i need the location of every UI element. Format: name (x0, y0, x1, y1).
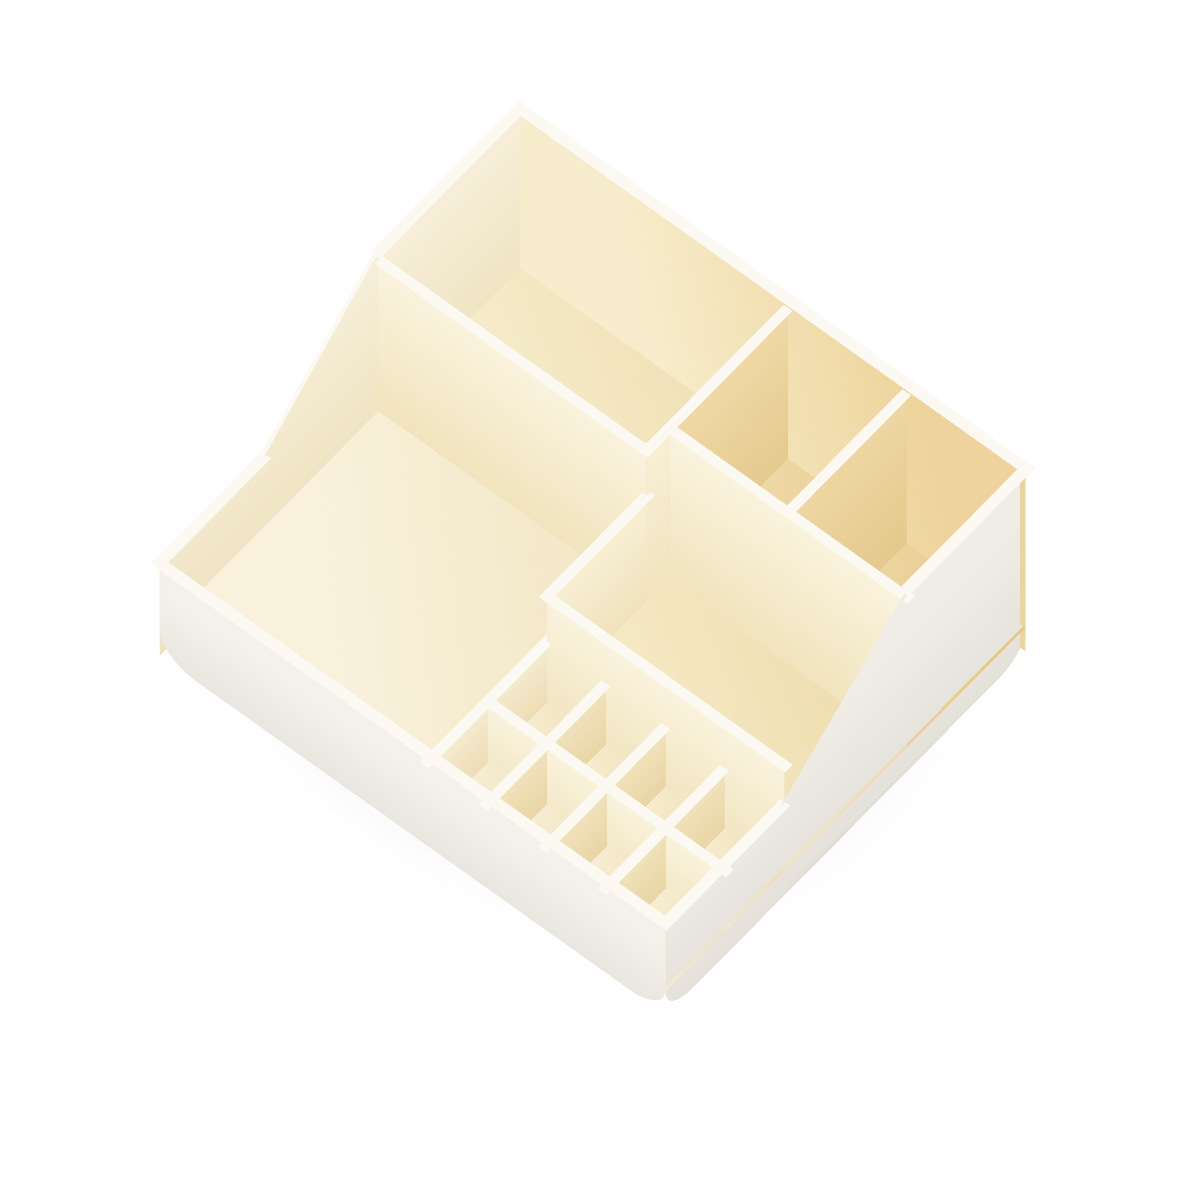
organizer-tray (160, 268, 1026, 992)
product-photo-scene: Cream beige plastic desktop cosmetics or… (0, 0, 1200, 1200)
